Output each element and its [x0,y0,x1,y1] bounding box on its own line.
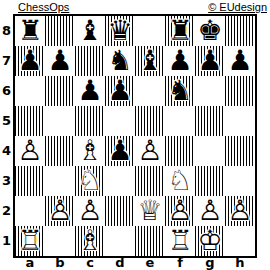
black-rook-halo: ♜ [165,16,195,46]
white-pawn-icon: ♙ [195,196,225,226]
square-f6[interactable]: ♞♞ [165,76,195,106]
square-f7[interactable]: ♟♟ [165,46,195,76]
square-d8[interactable]: ♛♛ [105,16,135,46]
square-h8[interactable] [225,16,255,46]
white-pawn-halo: ♟ [45,196,75,226]
white-rook-halo: ♜ [15,226,45,256]
square-g2[interactable]: ♟♙ [195,196,225,226]
white-pawn-halo: ♟ [195,196,225,226]
square-h1[interactable] [225,226,255,256]
square-b4[interactable] [45,136,75,166]
white-pawn-icon: ♙ [45,196,75,226]
file-label-c: c [75,256,105,270]
square-d7[interactable]: ♞♞ [105,46,135,76]
black-pawn-icon: ♟ [75,76,105,106]
black-king-halo: ♚ [195,16,225,46]
file-labels: abcdefgh [15,256,255,270]
black-bishop-icon: ♝ [75,16,105,46]
white-pawn-icon: ♙ [225,196,255,226]
eudesign-credit-link[interactable]: © EUdesign [208,1,267,13]
square-g1[interactable]: ♚♔ [195,226,225,256]
square-d5[interactable] [105,106,135,136]
white-pawn-icon: ♙ [75,196,105,226]
chessops-diagram-page: ChessOps © EUdesign 87654321 ♜♜♝♝♛♛♜♜♚♚♟… [0,0,270,270]
white-queen-icon: ♕ [135,196,165,226]
black-pawn-halo: ♟ [225,46,255,76]
white-pawn-icon: ♙ [165,196,195,226]
square-b8[interactable] [45,16,75,46]
square-a1[interactable]: ♜♖ [15,226,45,256]
square-g4[interactable] [195,136,225,166]
square-e7[interactable]: ♝♝ [135,46,165,76]
square-f4[interactable] [165,136,195,166]
black-pawn-halo: ♟ [75,76,105,106]
black-pawn-halo: ♟ [165,46,195,76]
square-f1[interactable]: ♜♖ [165,226,195,256]
square-d3[interactable] [105,166,135,196]
chess-board: ♜♜♝♝♛♛♜♜♚♚♟♟♟♟♞♞♝♝♟♟♟♟♟♟♟♟♟♟♞♞♟♙♝♗♟♟♟♙♞♘… [13,14,257,258]
square-c2[interactable]: ♟♙ [75,196,105,226]
black-pawn-halo: ♟ [45,46,75,76]
square-h6[interactable] [225,76,255,106]
white-rook-icon: ♖ [165,226,195,256]
file-label-a: a [15,256,45,270]
black-king-icon: ♚ [195,16,225,46]
white-pawn-halo: ♟ [135,136,165,166]
white-knight-icon: ♘ [75,166,105,196]
square-h7[interactable]: ♟♟ [225,46,255,76]
file-label-g: g [195,256,225,270]
square-g7[interactable]: ♟♟ [195,46,225,76]
square-a8[interactable]: ♜♜ [15,16,45,46]
square-c6[interactable]: ♟♟ [75,76,105,106]
square-d2[interactable] [105,196,135,226]
square-d1[interactable] [105,226,135,256]
black-pawn-icon: ♟ [45,46,75,76]
square-f5[interactable] [165,106,195,136]
square-h3[interactable] [225,166,255,196]
rank-label-2: 2 [0,196,13,226]
black-bishop-halo: ♝ [75,16,105,46]
white-pawn-halo: ♟ [165,196,195,226]
square-a5[interactable] [15,106,45,136]
black-pawn-icon: ♟ [165,46,195,76]
white-knight-halo: ♞ [165,166,195,196]
rank-labels: 87654321 [0,16,13,256]
white-bishop-halo: ♝ [75,136,105,166]
square-h5[interactable] [225,106,255,136]
black-bishop-halo: ♝ [135,46,165,76]
square-a6[interactable] [15,76,45,106]
square-g8[interactable]: ♚♚ [195,16,225,46]
white-pawn-halo: ♟ [75,196,105,226]
black-rook-icon: ♜ [165,16,195,46]
white-pawn-icon: ♙ [135,136,165,166]
square-a2[interactable] [15,196,45,226]
square-b6[interactable] [45,76,75,106]
square-c4[interactable]: ♝♗ [75,136,105,166]
square-f2[interactable]: ♟♙ [165,196,195,226]
file-label-d: d [105,256,135,270]
square-b7[interactable]: ♟♟ [45,46,75,76]
white-king-halo: ♚ [195,226,225,256]
square-b2[interactable]: ♟♙ [45,196,75,226]
square-a3[interactable] [15,166,45,196]
square-b3[interactable] [45,166,75,196]
white-knight-icon: ♘ [165,166,195,196]
black-knight-halo: ♞ [105,46,135,76]
rank-label-8: 8 [0,16,13,46]
black-rook-icon: ♜ [15,16,45,46]
chessops-link[interactable]: ChessOps [18,1,69,13]
white-queen-halo: ♛ [135,196,165,226]
black-pawn-halo: ♟ [105,76,135,106]
rank-label-5: 5 [0,106,13,136]
black-bishop-icon: ♝ [135,46,165,76]
square-c5[interactable] [75,106,105,136]
white-rook-halo: ♜ [165,226,195,256]
file-label-f: f [165,256,195,270]
square-b1[interactable] [45,226,75,256]
square-g3[interactable] [195,166,225,196]
square-g5[interactable] [195,106,225,136]
black-pawn-icon: ♟ [105,76,135,106]
square-e2[interactable]: ♛♕ [135,196,165,226]
white-pawn-icon: ♙ [15,136,45,166]
rank-label-6: 6 [0,76,13,106]
square-d6[interactable]: ♟♟ [105,76,135,106]
black-pawn-icon: ♟ [15,46,45,76]
rank-label-7: 7 [0,46,13,76]
square-c1[interactable]: ♝♗ [75,226,105,256]
black-knight-icon: ♞ [105,46,135,76]
square-a7[interactable]: ♟♟ [15,46,45,76]
white-pawn-halo: ♟ [225,196,255,226]
square-c3[interactable]: ♞♘ [75,166,105,196]
black-pawn-icon: ♟ [195,46,225,76]
black-queen-icon: ♛ [105,16,135,46]
file-label-h: h [225,256,255,270]
square-e5[interactable] [135,106,165,136]
square-c8[interactable]: ♝♝ [75,16,105,46]
white-king-icon: ♔ [195,226,225,256]
square-e4[interactable]: ♟♙ [135,136,165,166]
black-queen-halo: ♛ [105,16,135,46]
square-e8[interactable] [135,16,165,46]
rank-label-1: 1 [0,226,13,256]
square-b5[interactable] [45,106,75,136]
white-bishop-icon: ♗ [75,136,105,166]
square-g6[interactable] [195,76,225,106]
rank-label-3: 3 [0,166,13,196]
white-pawn-halo: ♟ [15,136,45,166]
square-e3[interactable] [135,166,165,196]
black-pawn-halo: ♟ [195,46,225,76]
square-e1[interactable] [135,226,165,256]
black-pawn-icon: ♟ [105,136,135,166]
file-label-b: b [45,256,75,270]
square-a4[interactable]: ♟♙ [15,136,45,166]
black-rook-halo: ♜ [15,16,45,46]
square-c7[interactable] [75,46,105,76]
square-d4[interactable]: ♟♟ [105,136,135,166]
square-f3[interactable]: ♞♘ [165,166,195,196]
black-pawn-halo: ♟ [105,136,135,166]
square-f8[interactable]: ♜♜ [165,16,195,46]
white-rook-icon: ♖ [15,226,45,256]
file-label-e: e [135,256,165,270]
square-h4[interactable] [225,136,255,166]
square-e6[interactable] [135,76,165,106]
white-bishop-icon: ♗ [75,226,105,256]
black-knight-halo: ♞ [165,76,195,106]
white-bishop-halo: ♝ [75,226,105,256]
white-knight-halo: ♞ [75,166,105,196]
black-pawn-halo: ♟ [15,46,45,76]
square-h2[interactable]: ♟♙ [225,196,255,226]
black-pawn-icon: ♟ [225,46,255,76]
black-knight-icon: ♞ [165,76,195,106]
rank-label-4: 4 [0,136,13,166]
